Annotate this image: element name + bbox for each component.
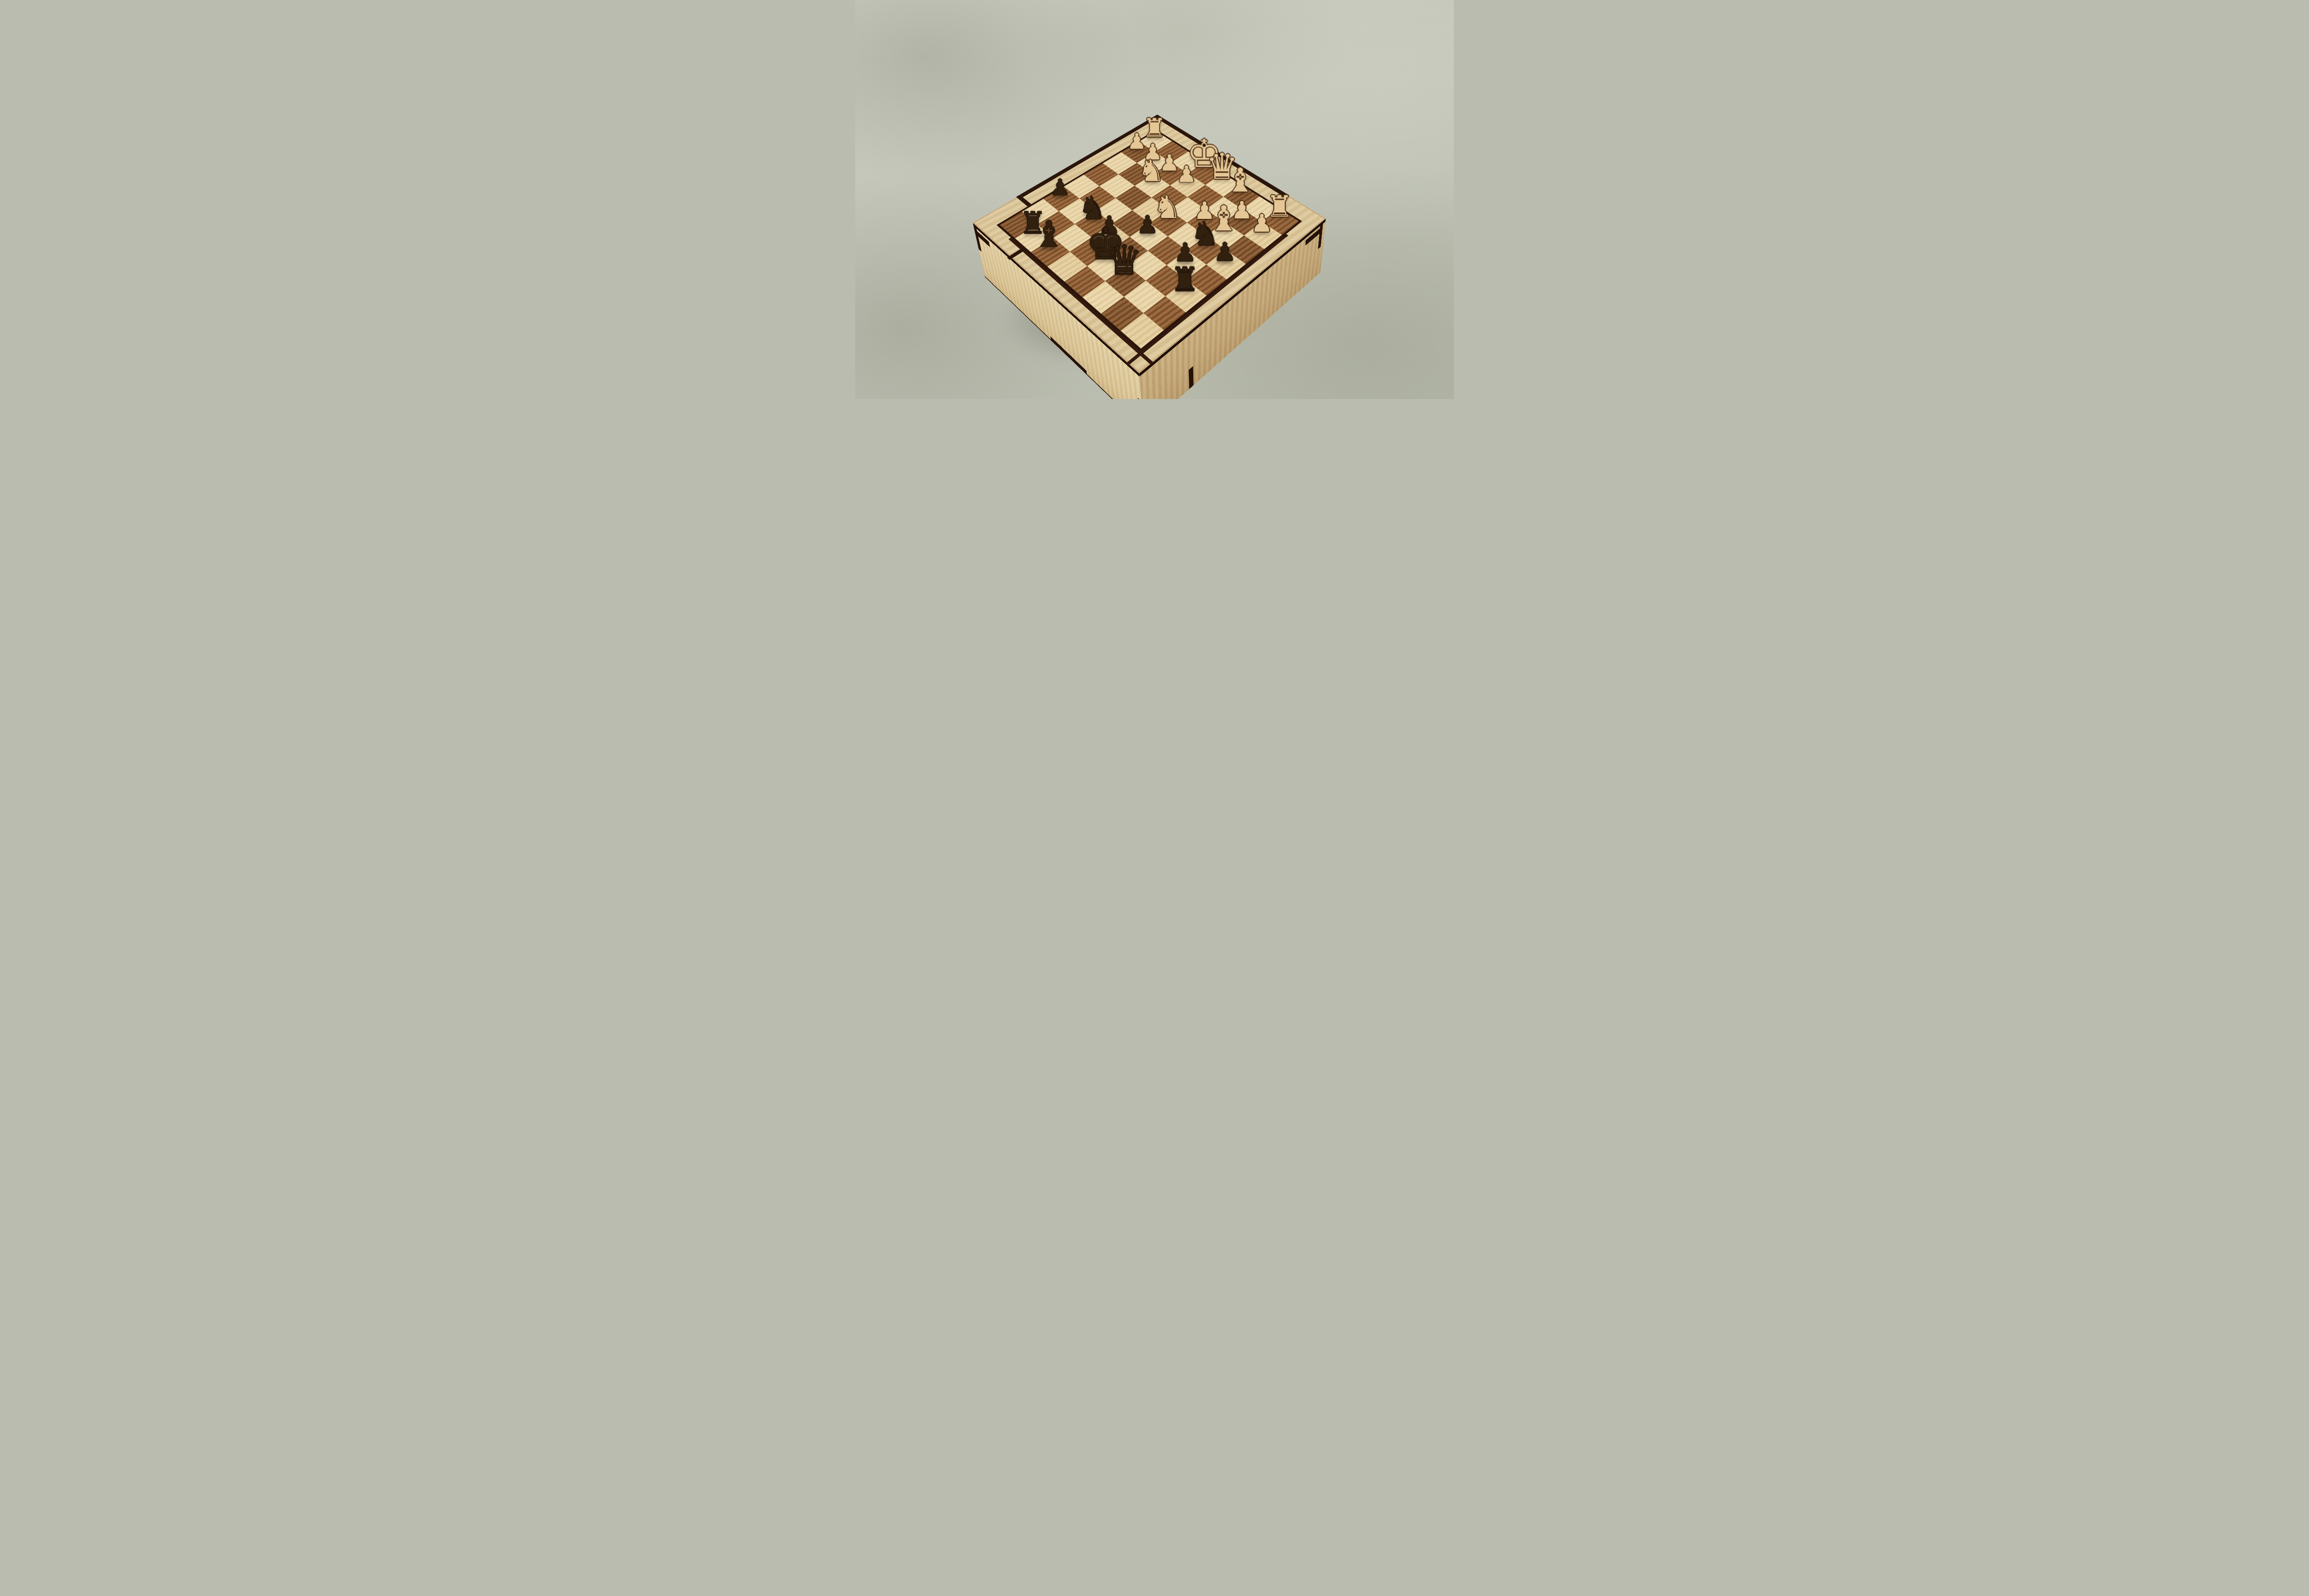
scene-3d: ♜♝♛♚♜♟♟♟♟♟♟♟♝♞♞♝♜♛♚♜♟♟♟♟♟♞♞ <box>855 0 1454 399</box>
joint-notch <box>1189 366 1193 389</box>
queen-glyph: ♛ <box>1094 239 1154 282</box>
chess-box-lid: ♜♝♛♚♜♟♟♟♟♟♟♟♝♞♞♝♜♛♚♜♟♟♟♟♟♞♞ <box>973 115 1326 374</box>
joint-notch <box>1318 224 1323 249</box>
bishop-glyph: ♝ <box>1020 215 1078 253</box>
joint-notch <box>1050 336 1087 375</box>
photo-stage: ♜♝♛♚♜♟♟♟♟♟♟♟♝♞♞♝♜♛♚♜♟♟♟♟♟♞♞ <box>855 0 1454 399</box>
rook-glyph: ♜ <box>1154 263 1215 297</box>
